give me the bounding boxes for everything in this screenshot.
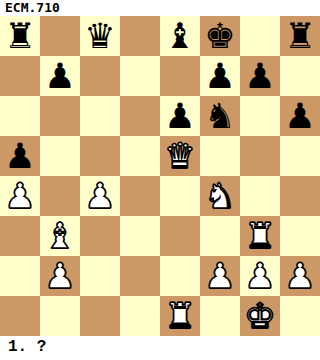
square-h5[interactable] — [280, 136, 320, 176]
square-h8[interactable]: ♜ — [280, 16, 320, 56]
piece-white-queen[interactable]: ♛ — [160, 136, 200, 176]
square-e8[interactable]: ♝ — [160, 16, 200, 56]
piece-white-bishop[interactable]: ♝ — [40, 216, 80, 256]
diagram-title: ECM.710 — [0, 0, 320, 16]
square-b1[interactable] — [40, 296, 80, 336]
square-f5[interactable] — [200, 136, 240, 176]
square-e1[interactable]: ♜ — [160, 296, 200, 336]
square-g5[interactable] — [240, 136, 280, 176]
square-c4[interactable]: ♟ — [80, 176, 120, 216]
square-e4[interactable] — [160, 176, 200, 216]
piece-black-rook[interactable]: ♜ — [280, 16, 320, 56]
piece-black-king[interactable]: ♚ — [200, 16, 240, 56]
square-b4[interactable] — [40, 176, 80, 216]
square-e7[interactable] — [160, 56, 200, 96]
square-c8[interactable]: ♛ — [80, 16, 120, 56]
square-g7[interactable]: ♟ — [240, 56, 280, 96]
square-h1[interactable] — [280, 296, 320, 336]
square-a4[interactable]: ♟ — [0, 176, 40, 216]
square-h3[interactable] — [280, 216, 320, 256]
piece-white-rook[interactable]: ♜ — [240, 216, 280, 256]
piece-black-pawn[interactable]: ♟ — [280, 96, 320, 136]
square-a8[interactable]: ♜ — [0, 16, 40, 56]
square-h2[interactable]: ♟ — [280, 256, 320, 296]
square-f6[interactable]: ♞ — [200, 96, 240, 136]
piece-white-pawn[interactable]: ♟ — [80, 176, 120, 216]
square-g6[interactable] — [240, 96, 280, 136]
square-b2[interactable]: ♟ — [40, 256, 80, 296]
square-d7[interactable] — [120, 56, 160, 96]
square-d3[interactable] — [120, 216, 160, 256]
square-c3[interactable] — [80, 216, 120, 256]
square-b6[interactable] — [40, 96, 80, 136]
square-f1[interactable] — [200, 296, 240, 336]
piece-black-pawn[interactable]: ♟ — [200, 56, 240, 96]
piece-white-pawn[interactable]: ♟ — [280, 256, 320, 296]
piece-white-rook[interactable]: ♜ — [160, 296, 200, 336]
piece-white-pawn[interactable]: ♟ — [40, 256, 80, 296]
square-b7[interactable]: ♟ — [40, 56, 80, 96]
square-e3[interactable] — [160, 216, 200, 256]
square-a2[interactable] — [0, 256, 40, 296]
chess-diagram-window: ECM.710 ♜♛♝♚♜♟♟♟♟♞♟♟♛♟♟♞♝♜♟♟♟♟♜♚ 1. ? — [0, 0, 320, 360]
piece-white-pawn[interactable]: ♟ — [200, 256, 240, 296]
piece-black-pawn[interactable]: ♟ — [40, 56, 80, 96]
square-h7[interactable] — [280, 56, 320, 96]
square-c7[interactable] — [80, 56, 120, 96]
square-g1[interactable]: ♚ — [240, 296, 280, 336]
square-c2[interactable] — [80, 256, 120, 296]
piece-black-pawn[interactable]: ♟ — [0, 136, 40, 176]
square-c5[interactable] — [80, 136, 120, 176]
piece-black-pawn[interactable]: ♟ — [240, 56, 280, 96]
square-e6[interactable]: ♟ — [160, 96, 200, 136]
square-b8[interactable] — [40, 16, 80, 56]
square-g3[interactable]: ♜ — [240, 216, 280, 256]
square-a7[interactable] — [0, 56, 40, 96]
square-g2[interactable]: ♟ — [240, 256, 280, 296]
piece-black-pawn[interactable]: ♟ — [160, 96, 200, 136]
square-f8[interactable]: ♚ — [200, 16, 240, 56]
square-d4[interactable] — [120, 176, 160, 216]
square-a6[interactable] — [0, 96, 40, 136]
square-a3[interactable] — [0, 216, 40, 256]
square-g8[interactable] — [240, 16, 280, 56]
square-f4[interactable]: ♞ — [200, 176, 240, 216]
square-d8[interactable] — [120, 16, 160, 56]
piece-white-king[interactable]: ♚ — [240, 296, 280, 336]
piece-black-queen[interactable]: ♛ — [80, 16, 120, 56]
square-c6[interactable] — [80, 96, 120, 136]
piece-black-bishop[interactable]: ♝ — [160, 16, 200, 56]
square-g4[interactable] — [240, 176, 280, 216]
square-b5[interactable] — [40, 136, 80, 176]
move-prompt: 1. ? — [0, 336, 320, 360]
square-h4[interactable] — [280, 176, 320, 216]
piece-white-pawn[interactable]: ♟ — [240, 256, 280, 296]
square-h6[interactable]: ♟ — [280, 96, 320, 136]
piece-white-knight[interactable]: ♞ — [200, 176, 240, 216]
square-d5[interactable] — [120, 136, 160, 176]
square-d6[interactable] — [120, 96, 160, 136]
chess-board: ♜♛♝♚♜♟♟♟♟♞♟♟♛♟♟♞♝♜♟♟♟♟♜♚ — [0, 16, 320, 336]
piece-black-knight[interactable]: ♞ — [200, 96, 240, 136]
square-a1[interactable] — [0, 296, 40, 336]
square-e2[interactable] — [160, 256, 200, 296]
piece-white-pawn[interactable]: ♟ — [0, 176, 40, 216]
square-e5[interactable]: ♛ — [160, 136, 200, 176]
piece-black-rook[interactable]: ♜ — [0, 16, 40, 56]
square-d2[interactable] — [120, 256, 160, 296]
square-f2[interactable]: ♟ — [200, 256, 240, 296]
square-d1[interactable] — [120, 296, 160, 336]
square-c1[interactable] — [80, 296, 120, 336]
square-f3[interactable] — [200, 216, 240, 256]
square-a5[interactable]: ♟ — [0, 136, 40, 176]
square-f7[interactable]: ♟ — [200, 56, 240, 96]
square-b3[interactable]: ♝ — [40, 216, 80, 256]
